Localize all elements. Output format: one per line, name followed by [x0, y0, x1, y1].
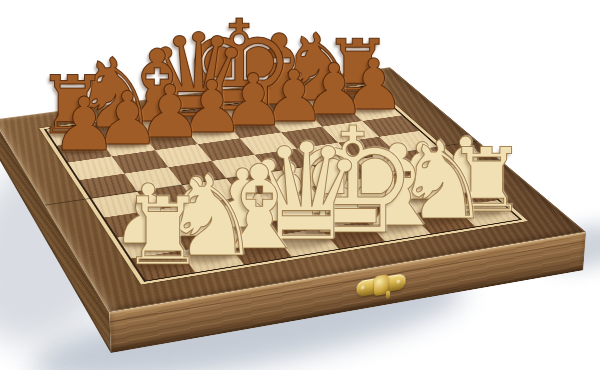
- clasp-pin: [386, 290, 390, 299]
- piece-white-rook-a1[interactable]: ♜: [121, 185, 205, 278]
- chess-set-photo: ♜♞♝♟♚♟♛♟♝♟♞♟♜♟♟♟♟♟♟♜♟♞♟♝♟♚♟♛♟♝♞♜: [0, 0, 600, 370]
- piece-black-pawn-a7[interactable]: ♟: [51, 87, 117, 161]
- brass-clasp: [356, 273, 405, 297]
